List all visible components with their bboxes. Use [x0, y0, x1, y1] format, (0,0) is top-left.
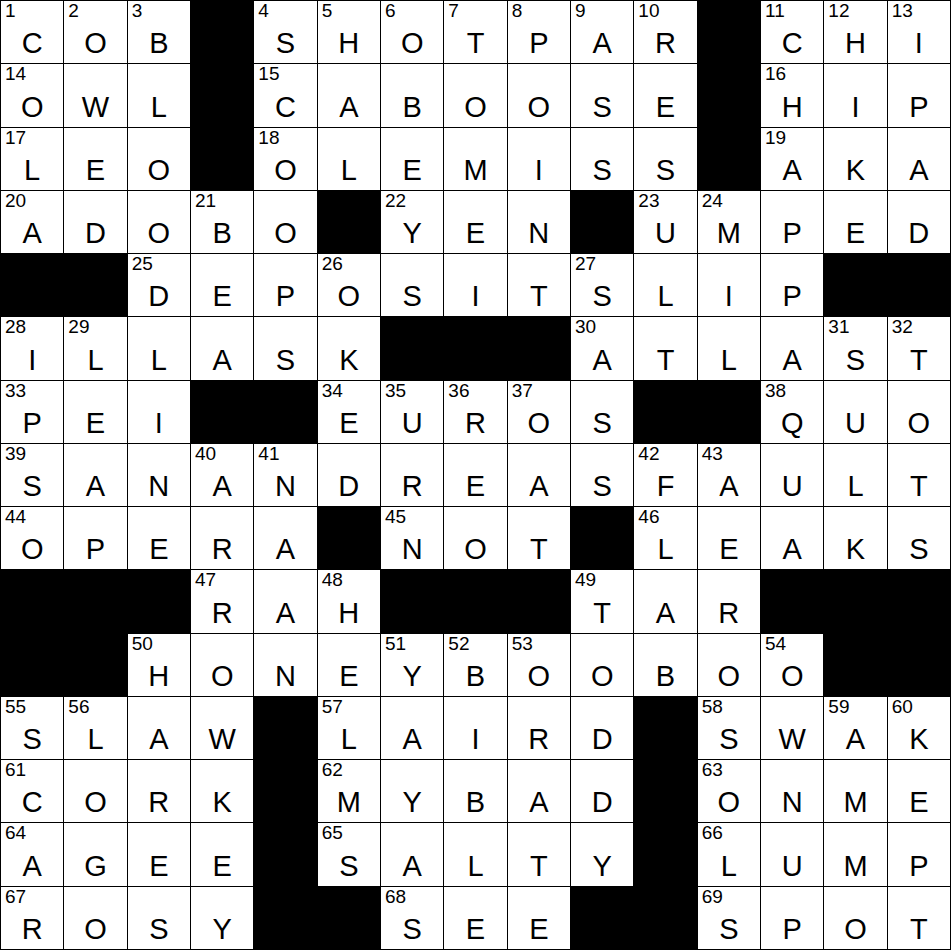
cell-letter-r14c3: E [128, 852, 190, 881]
cell-letter-r4c15: D [888, 219, 950, 248]
cell-letter-r13c15: E [888, 788, 950, 817]
cell-r14c3[interactable]: E [128, 823, 191, 886]
cell-r7c6[interactable]: 34E [318, 381, 381, 444]
cell-r2c13[interactable]: 16H [761, 64, 824, 127]
cell-r8c2[interactable]: A [64, 444, 127, 507]
cell-r10c10[interactable]: 49T [571, 570, 634, 633]
cell-r9c8[interactable]: O [444, 507, 507, 570]
cell-r13c7[interactable]: Y [381, 760, 444, 823]
cell-r9c2[interactable]: P [64, 507, 127, 570]
black-cell-r12c5 [254, 697, 317, 760]
cell-r14c10[interactable]: Y [571, 823, 634, 886]
cell-r8c4[interactable]: 40A [191, 444, 254, 507]
clue-number-49: 49 [575, 570, 596, 591]
cell-letter-r6c15: T [888, 346, 950, 375]
cell-r8c15[interactable]: T [888, 444, 951, 507]
clue-number-66: 66 [702, 823, 723, 844]
cell-letter-r14c14: M [824, 852, 886, 881]
cell-r14c7[interactable]: A [381, 823, 444, 886]
cell-r1c10[interactable]: 9A [571, 1, 634, 64]
cell-r3c3[interactable]: O [128, 128, 191, 191]
clue-number-36: 36 [448, 381, 469, 402]
cell-r14c1[interactable]: 64A [1, 823, 64, 886]
cell-r12c8[interactable]: I [444, 697, 507, 760]
cell-r4c12[interactable]: 24M [698, 191, 761, 254]
cell-r5c12[interactable]: I [698, 254, 761, 317]
cell-letter-r14c9: T [508, 852, 570, 881]
cell-r9c1[interactable]: 44O [1, 507, 64, 570]
cell-r3c7[interactable]: E [381, 128, 444, 191]
cell-r2c8[interactable]: O [444, 64, 507, 127]
clue-number-64: 64 [5, 823, 26, 844]
cell-letter-r7c7: U [381, 409, 443, 438]
clue-number-60: 60 [892, 697, 913, 718]
cell-r14c14[interactable]: M [824, 823, 887, 886]
cell-r8c14[interactable]: L [824, 444, 887, 507]
cell-r12c2[interactable]: 56L [64, 697, 127, 760]
cell-r6c15[interactable]: 32T [888, 317, 951, 380]
cell-letter-r11c8: B [444, 662, 506, 691]
cell-letter-r2c5: C [254, 93, 316, 122]
cell-r9c12[interactable]: E [698, 507, 761, 570]
cell-r4c3[interactable]: O [128, 191, 191, 254]
cell-letter-r9c2: P [64, 535, 126, 564]
cell-r5c7[interactable]: S [381, 254, 444, 317]
cell-r1c6[interactable]: 5H [318, 1, 381, 64]
cell-r14c9[interactable]: T [508, 823, 571, 886]
cell-letter-r1c3: B [128, 29, 190, 58]
cell-r2c9[interactable]: O [508, 64, 571, 127]
cell-r11c10[interactable]: O [571, 634, 634, 697]
clue-number-5: 5 [322, 1, 333, 22]
cell-r13c8[interactable]: B [444, 760, 507, 823]
cell-letter-r12c6: L [318, 725, 380, 754]
cell-letter-r7c8: R [444, 409, 506, 438]
cell-r12c4[interactable]: W [191, 697, 254, 760]
cell-letter-r4c5: O [254, 219, 316, 248]
cell-r6c4[interactable]: A [191, 317, 254, 380]
cell-r13c1[interactable]: 61C [1, 760, 64, 823]
cell-r1c5[interactable]: 4S [254, 1, 317, 64]
cell-letter-r4c1: A [1, 219, 63, 248]
cell-r6c2[interactable]: 29L [64, 317, 127, 380]
cell-r4c5[interactable]: O [254, 191, 317, 254]
cell-r10c4[interactable]: 47R [191, 570, 254, 633]
cell-letter-r15c3: S [128, 915, 190, 944]
cell-r2c15[interactable]: P [888, 64, 951, 127]
cell-r10c6[interactable]: 48H [318, 570, 381, 633]
cell-letter-r8c6: D [318, 472, 380, 501]
cell-letter-r5c4: E [191, 282, 253, 311]
cell-r6c14[interactable]: 31S [824, 317, 887, 380]
cell-r5c5[interactable]: P [254, 254, 317, 317]
cell-r11c5[interactable]: N [254, 634, 317, 697]
cell-r13c4[interactable]: K [191, 760, 254, 823]
cell-r8c9[interactable]: A [508, 444, 571, 507]
cell-r8c8[interactable]: E [444, 444, 507, 507]
cell-r1c11[interactable]: 10R [634, 1, 697, 64]
cell-r7c10[interactable]: S [571, 381, 634, 444]
cell-r3c5[interactable]: 18O [254, 128, 317, 191]
cell-r5c13[interactable]: P [761, 254, 824, 317]
cell-r1c8[interactable]: 7T [444, 1, 507, 64]
cell-letter-r7c3: I [128, 409, 190, 438]
cell-letter-r8c8: E [444, 472, 506, 501]
black-cell-r9c6 [318, 507, 381, 570]
cell-r14c15[interactable]: P [888, 823, 951, 886]
cell-r5c9[interactable]: T [508, 254, 571, 317]
cell-r8c11[interactable]: 42F [634, 444, 697, 507]
clue-number-15: 15 [258, 64, 279, 85]
cell-letter-r11c4: O [191, 662, 253, 691]
cell-letter-r12c2: L [64, 725, 126, 754]
clue-number-50: 50 [132, 634, 153, 655]
cell-letter-r9c5: A [254, 535, 316, 564]
cell-r10c5[interactable]: A [254, 570, 317, 633]
cell-r3c13[interactable]: 19A [761, 128, 824, 191]
clue-number-13: 13 [892, 1, 913, 22]
cell-r13c12[interactable]: 63O [698, 760, 761, 823]
cell-r11c12[interactable]: O [698, 634, 761, 697]
cell-letter-r10c5: A [254, 599, 316, 628]
crossword-puzzle: 1C2O3B4S5H6O7T8P9A10R11C12H13I14OWL15CAB… [0, 0, 951, 950]
cell-r8c10[interactable]: S [571, 444, 634, 507]
cell-r3c14[interactable]: K [824, 128, 887, 191]
cell-r11c6[interactable]: E [318, 634, 381, 697]
cell-r2c1[interactable]: 14O [1, 64, 64, 127]
cell-r15c13[interactable]: P [761, 887, 824, 950]
cell-r6c13[interactable]: A [761, 317, 824, 380]
cell-r13c10[interactable]: D [571, 760, 634, 823]
clue-number-3: 3 [132, 1, 143, 22]
cell-r6c1[interactable]: 28I [1, 317, 64, 380]
cell-r5c11[interactable]: L [634, 254, 697, 317]
cell-r12c9[interactable]: R [508, 697, 571, 760]
cell-r15c3[interactable]: S [128, 887, 191, 950]
cell-r2c7[interactable]: B [381, 64, 444, 127]
cell-r12c13[interactable]: W [761, 697, 824, 760]
cell-r2c2[interactable]: W [64, 64, 127, 127]
cell-r2c11[interactable]: E [634, 64, 697, 127]
cell-letter-r8c11: F [634, 472, 696, 501]
black-cell-r11c14 [824, 634, 887, 697]
cell-r6c11[interactable]: T [634, 317, 697, 380]
cell-r3c8[interactable]: M [444, 128, 507, 191]
cell-r13c13[interactable]: N [761, 760, 824, 823]
cell-r8c6[interactable]: D [318, 444, 381, 507]
cell-r2c5[interactable]: 15C [254, 64, 317, 127]
cell-r12c6[interactable]: 57L [318, 697, 381, 760]
clue-number-67: 67 [5, 887, 26, 908]
cell-r3c6[interactable]: L [318, 128, 381, 191]
cell-r4c11[interactable]: 23U [634, 191, 697, 254]
cell-r14c6[interactable]: 65S [318, 823, 381, 886]
cell-r3c9[interactable]: I [508, 128, 571, 191]
cell-r1c9[interactable]: 8P [508, 1, 571, 64]
cell-r8c3[interactable]: N [128, 444, 191, 507]
cell-letter-r12c15: K [888, 725, 950, 754]
cell-r8c13[interactable]: U [761, 444, 824, 507]
black-cell-r7c4 [191, 381, 254, 444]
clue-number-41: 41 [258, 444, 279, 465]
cell-letter-r6c3: L [128, 346, 190, 375]
cell-r15c2[interactable]: O [64, 887, 127, 950]
cell-r11c3[interactable]: 50H [128, 634, 191, 697]
cell-r4c7[interactable]: 22Y [381, 191, 444, 254]
cell-r8c12[interactable]: 43A [698, 444, 761, 507]
cell-r8c1[interactable]: 39S [1, 444, 64, 507]
cell-r15c12[interactable]: 69S [698, 887, 761, 950]
cell-letter-r12c4: W [191, 725, 253, 754]
clue-number-65: 65 [322, 823, 343, 844]
clue-number-8: 8 [512, 1, 523, 22]
black-cell-r11c15 [888, 634, 951, 697]
cell-letter-r13c1: C [1, 788, 63, 817]
cell-r7c3[interactable]: I [128, 381, 191, 444]
cell-r3c10[interactable]: S [571, 128, 634, 191]
black-cell-r14c11 [634, 823, 697, 886]
cell-r14c12[interactable]: 66L [698, 823, 761, 886]
cell-letter-r8c14: L [824, 472, 886, 501]
clue-number-7: 7 [448, 1, 459, 22]
cell-r11c8[interactable]: 52B [444, 634, 507, 697]
cell-r10c12[interactable]: R [698, 570, 761, 633]
clue-number-61: 61 [5, 760, 26, 781]
cell-r14c13[interactable]: U [761, 823, 824, 886]
cell-r5c10[interactable]: 27S [571, 254, 634, 317]
cell-letter-r10c4: R [191, 599, 253, 628]
cell-r11c7[interactable]: 51Y [381, 634, 444, 697]
cell-letter-r13c13: N [761, 788, 823, 817]
cell-letter-r3c8: M [444, 156, 506, 185]
cell-r12c15[interactable]: 60K [888, 697, 951, 760]
black-cell-r2c12 [698, 64, 761, 127]
clue-number-39: 39 [5, 444, 26, 465]
cell-r7c14[interactable]: U [824, 381, 887, 444]
cell-r1c13[interactable]: 11C [761, 1, 824, 64]
clue-number-43: 43 [702, 444, 723, 465]
cell-letter-r4c4: B [191, 219, 253, 248]
cell-r15c14[interactable]: O [824, 887, 887, 950]
cell-letter-r9c1: O [1, 535, 63, 564]
cell-letter-r14c8: L [444, 852, 506, 881]
cell-r15c8[interactable]: E [444, 887, 507, 950]
cell-r6c6[interactable]: K [318, 317, 381, 380]
cell-r14c8[interactable]: L [444, 823, 507, 886]
clue-number-26: 26 [322, 254, 343, 275]
cell-r1c15[interactable]: 13I [888, 1, 951, 64]
cell-r4c8[interactable]: E [444, 191, 507, 254]
cell-letter-r5c9: T [508, 282, 570, 311]
cell-r12c14[interactable]: 59A [824, 697, 887, 760]
cell-r5c3[interactable]: 25D [128, 254, 191, 317]
clue-number-46: 46 [638, 507, 659, 528]
cell-r9c9[interactable]: T [508, 507, 571, 570]
cell-r2c6[interactable]: A [318, 64, 381, 127]
cell-r12c3[interactable]: A [128, 697, 191, 760]
cell-letter-r3c2: E [64, 156, 126, 185]
clue-number-11: 11 [765, 1, 785, 22]
cell-r5c6[interactable]: 26O [318, 254, 381, 317]
cell-letter-r11c7: Y [381, 662, 443, 691]
cell-r7c15[interactable]: O [888, 381, 951, 444]
cell-letter-r1c10: A [571, 29, 633, 58]
clue-number-2: 2 [68, 1, 79, 22]
cell-letter-r2c3: L [128, 93, 190, 122]
cell-letter-r14c1: A [1, 852, 63, 881]
cell-r1c2[interactable]: 2O [64, 1, 127, 64]
clue-number-4: 4 [258, 1, 269, 22]
black-cell-r6c9 [508, 317, 571, 380]
cell-r7c7[interactable]: 35U [381, 381, 444, 444]
cell-r10c11[interactable]: A [634, 570, 697, 633]
cell-r9c3[interactable]: E [128, 507, 191, 570]
cell-letter-r6c5: S [254, 346, 316, 375]
cell-r7c9[interactable]: 37O [508, 381, 571, 444]
cell-r13c3[interactable]: R [128, 760, 191, 823]
cell-r9c15[interactable]: S [888, 507, 951, 570]
cell-r13c15[interactable]: E [888, 760, 951, 823]
black-cell-r1c4 [191, 1, 254, 64]
clue-number-20: 20 [5, 191, 26, 212]
cell-r2c14[interactable]: I [824, 64, 887, 127]
cell-r4c1[interactable]: 20A [1, 191, 64, 254]
cell-letter-r6c13: A [761, 346, 823, 375]
cell-r15c9[interactable]: E [508, 887, 571, 950]
cell-r1c1[interactable]: 1C [1, 1, 64, 64]
cell-r9c5[interactable]: A [254, 507, 317, 570]
black-cell-r9c10 [571, 507, 634, 570]
cell-r14c4[interactable]: E [191, 823, 254, 886]
cell-r5c4[interactable]: E [191, 254, 254, 317]
cell-letter-r12c7: A [381, 725, 443, 754]
cell-r9c4[interactable]: R [191, 507, 254, 570]
cell-r2c3[interactable]: L [128, 64, 191, 127]
black-cell-r7c12 [698, 381, 761, 444]
cell-r4c14[interactable]: E [824, 191, 887, 254]
cell-r4c4[interactable]: 21B [191, 191, 254, 254]
cell-letter-r15c1: R [1, 915, 63, 944]
cell-letter-r7c6: E [318, 409, 380, 438]
cell-letter-r15c15: T [888, 915, 950, 944]
cell-r12c7[interactable]: A [381, 697, 444, 760]
clue-number-35: 35 [385, 381, 406, 402]
cell-r1c7[interactable]: 6O [381, 1, 444, 64]
cell-letter-r12c14: A [824, 725, 886, 754]
black-cell-r10c3 [128, 570, 191, 633]
cell-r4c13[interactable]: P [761, 191, 824, 254]
cell-r12c10[interactable]: D [571, 697, 634, 760]
cell-r3c1[interactable]: 17L [1, 128, 64, 191]
cell-r8c7[interactable]: R [381, 444, 444, 507]
cell-r15c15[interactable]: T [888, 887, 951, 950]
cell-r3c11[interactable]: S [634, 128, 697, 191]
cell-r13c6[interactable]: 62M [318, 760, 381, 823]
black-cell-r4c10 [571, 191, 634, 254]
cell-letter-r2c7: B [381, 93, 443, 122]
cell-r1c14[interactable]: 12H [824, 1, 887, 64]
cell-r7c1[interactable]: 33P [1, 381, 64, 444]
black-cell-r13c11 [634, 760, 697, 823]
clue-number-44: 44 [5, 507, 26, 528]
cell-letter-r5c5: P [254, 282, 316, 311]
cell-letter-r14c12: L [698, 852, 760, 881]
clue-number-14: 14 [5, 64, 26, 85]
black-cell-r10c15 [888, 570, 951, 633]
cell-r11c4[interactable]: O [191, 634, 254, 697]
cell-r14c2[interactable]: G [64, 823, 127, 886]
cell-r3c2[interactable]: E [64, 128, 127, 191]
cell-letter-r8c9: A [508, 472, 570, 501]
cell-r7c2[interactable]: E [64, 381, 127, 444]
cell-r4c15[interactable]: D [888, 191, 951, 254]
cell-r2c10[interactable]: S [571, 64, 634, 127]
cell-r1c3[interactable]: 3B [128, 1, 191, 64]
cell-letter-r2c15: P [888, 93, 950, 122]
cell-letter-r9c9: T [508, 535, 570, 564]
cell-r8c5[interactable]: 41N [254, 444, 317, 507]
black-cell-r15c6 [318, 887, 381, 950]
cell-r7c13[interactable]: 38Q [761, 381, 824, 444]
cell-letter-r2c8: O [444, 93, 506, 122]
cell-letter-r9c11: L [634, 535, 696, 564]
clue-number-27: 27 [575, 254, 596, 275]
cell-r13c14[interactable]: M [824, 760, 887, 823]
cell-letter-r4c11: U [634, 219, 696, 248]
cell-r6c5[interactable]: S [254, 317, 317, 380]
cell-r7c8[interactable]: 36R [444, 381, 507, 444]
cell-r15c4[interactable]: Y [191, 887, 254, 950]
cell-r12c12[interactable]: 58S [698, 697, 761, 760]
cell-r15c1[interactable]: 67R [1, 887, 64, 950]
cell-r9c13[interactable]: A [761, 507, 824, 570]
cell-r15c7[interactable]: 68S [381, 887, 444, 950]
cell-letter-r9c15: S [888, 535, 950, 564]
cell-letter-r10c10: T [571, 599, 633, 628]
cell-letter-r5c11: L [634, 282, 696, 311]
cell-r11c9[interactable]: 53O [508, 634, 571, 697]
cell-letter-r9c7: N [381, 535, 443, 564]
cell-r4c9[interactable]: N [508, 191, 571, 254]
black-cell-r10c13 [761, 570, 824, 633]
cell-r13c2[interactable]: O [64, 760, 127, 823]
cell-r9c11[interactable]: 46L [634, 507, 697, 570]
cell-r4c2[interactable]: D [64, 191, 127, 254]
cell-letter-r10c6: H [318, 599, 380, 628]
cell-r6c10[interactable]: 30A [571, 317, 634, 380]
black-cell-r1c12 [698, 1, 761, 64]
cell-letter-r9c3: E [128, 535, 190, 564]
cell-r12c1[interactable]: 55S [1, 697, 64, 760]
clue-number-40: 40 [195, 444, 216, 465]
cell-r6c12[interactable]: L [698, 317, 761, 380]
clue-number-45: 45 [385, 507, 406, 528]
cell-r11c13[interactable]: 54O [761, 634, 824, 697]
cell-letter-r3c7: E [381, 156, 443, 185]
cell-letter-r15c9: E [508, 915, 570, 944]
black-cell-r10c1 [1, 570, 64, 633]
cell-r6c3[interactable]: L [128, 317, 191, 380]
cell-r3c15[interactable]: A [888, 128, 951, 191]
black-cell-r15c11 [634, 887, 697, 950]
cell-r11c11[interactable]: B [634, 634, 697, 697]
cell-r13c9[interactable]: A [508, 760, 571, 823]
cell-r9c14[interactable]: K [824, 507, 887, 570]
cell-letter-r12c13: W [761, 725, 823, 754]
cell-r9c7[interactable]: 45N [381, 507, 444, 570]
black-cell-r5c15 [888, 254, 951, 317]
cell-r5c8[interactable]: I [444, 254, 507, 317]
